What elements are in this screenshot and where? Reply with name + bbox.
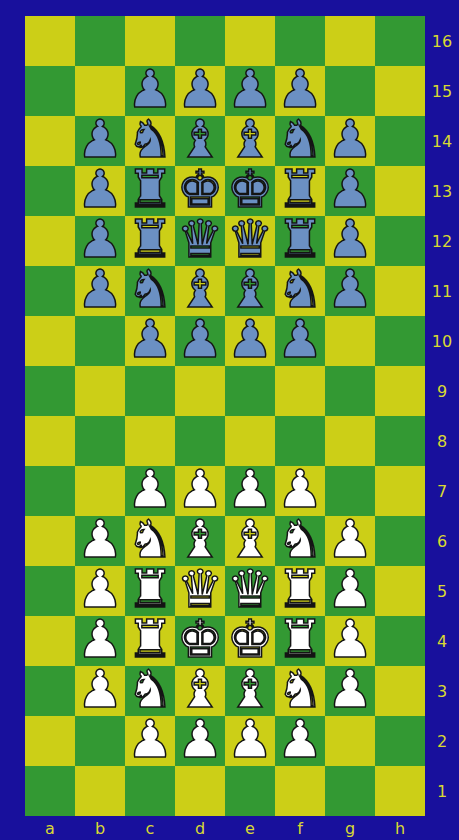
square-a3[interactable] [25, 666, 75, 716]
blue-pawn-d10[interactable]: ♟ [177, 314, 224, 364]
white-pawn-g3[interactable]: ♟ [327, 664, 374, 714]
square-h15[interactable] [375, 66, 425, 116]
blue-pawn-c10[interactable]: ♟ [127, 314, 174, 364]
blue-knight-c14[interactable]: ♞ [127, 114, 174, 164]
white-rook-f5[interactable]: ♜ [277, 564, 324, 614]
rank-label-14: 14 [425, 116, 459, 166]
blue-bishop-e14[interactable]: ♝ [227, 114, 274, 164]
square-a15[interactable] [25, 66, 75, 116]
white-pawn-b6[interactable]: ♟ [77, 514, 124, 564]
file-label-c: c [125, 816, 175, 840]
blue-pawn-g11[interactable]: ♟ [327, 264, 374, 314]
square-a4[interactable] [25, 616, 75, 666]
white-rook-c5[interactable]: ♜ [127, 564, 174, 614]
white-pawn-b4[interactable]: ♟ [77, 614, 124, 664]
rank-label-13: 13 [425, 166, 459, 216]
square-b1[interactable] [75, 766, 125, 816]
blue-pawn-g12[interactable]: ♟ [327, 214, 374, 264]
blue-bishop-d11[interactable]: ♝ [177, 264, 224, 314]
square-b11[interactable]: ♟ [75, 266, 125, 316]
white-bishop-d3[interactable]: ♝ [177, 664, 224, 714]
white-pawn-c2[interactable]: ♟ [127, 714, 174, 764]
square-e1[interactable] [225, 766, 275, 816]
white-pawn-g5[interactable]: ♟ [327, 564, 374, 614]
square-a16[interactable] [25, 16, 75, 66]
square-e9[interactable] [225, 366, 275, 416]
square-h11[interactable] [375, 266, 425, 316]
rank-label-12: 12 [425, 216, 459, 266]
square-a12[interactable] [25, 216, 75, 266]
square-g16[interactable] [325, 16, 375, 66]
square-h13[interactable] [375, 166, 425, 216]
square-h14[interactable] [375, 116, 425, 166]
white-pawn-f2[interactable]: ♟ [277, 714, 324, 764]
blue-pawn-g13[interactable]: ♟ [327, 164, 374, 214]
square-h6[interactable] [375, 516, 425, 566]
rank-label-2: 2 [425, 716, 459, 766]
square-d1[interactable] [175, 766, 225, 816]
rank-label-8: 8 [425, 416, 459, 466]
square-c2[interactable]: ♟ [125, 716, 175, 766]
square-h5[interactable] [375, 566, 425, 616]
blue-knight-c11[interactable]: ♞ [127, 264, 174, 314]
file-label-h: h [375, 816, 425, 840]
white-bishop-e6[interactable]: ♝ [227, 514, 274, 564]
file-label-b: b [75, 816, 125, 840]
square-b10[interactable] [75, 316, 125, 366]
rank-label-6: 6 [425, 516, 459, 566]
chess-board: ♟♟♟♟♟♞♝♝♞♟♟♜♚♚♜♟♟♜♛♛♜♟♟♞♝♝♞♟♟♟♟♟♟♟♟♟♟♞♝♝… [25, 16, 425, 816]
white-pawn-e7[interactable]: ♟ [227, 464, 274, 514]
white-pawn-b3[interactable]: ♟ [77, 664, 124, 714]
blue-king-e13[interactable]: ♚ [227, 164, 274, 214]
square-a2[interactable] [25, 716, 75, 766]
blue-bishop-d14[interactable]: ♝ [177, 114, 224, 164]
blue-rook-f13[interactable]: ♜ [277, 164, 324, 214]
square-c9[interactable] [125, 366, 175, 416]
square-h4[interactable] [375, 616, 425, 666]
white-bishop-e3[interactable]: ♝ [227, 664, 274, 714]
square-a7[interactable] [25, 466, 75, 516]
white-king-e4[interactable]: ♚ [227, 614, 274, 664]
square-h2[interactable] [375, 716, 425, 766]
rank-label-1: 1 [425, 766, 459, 816]
white-queen-d5[interactable]: ♛ [177, 564, 224, 614]
square-f1[interactable] [275, 766, 325, 816]
square-g3[interactable]: ♟ [325, 666, 375, 716]
square-a10[interactable] [25, 316, 75, 366]
square-c1[interactable] [125, 766, 175, 816]
rank-label-3: 3 [425, 666, 459, 716]
square-a5[interactable] [25, 566, 75, 616]
square-d2[interactable]: ♟ [175, 716, 225, 766]
blue-pawn-e10[interactable]: ♟ [227, 314, 274, 364]
white-pawn-g6[interactable]: ♟ [327, 514, 374, 564]
rank-label-7: 7 [425, 466, 459, 516]
blue-queen-d12[interactable]: ♛ [177, 214, 224, 264]
white-pawn-c7[interactable]: ♟ [127, 464, 174, 514]
square-f2[interactable]: ♟ [275, 716, 325, 766]
white-queen-e5[interactable]: ♛ [227, 564, 274, 614]
blue-bishop-e11[interactable]: ♝ [227, 264, 274, 314]
square-g11[interactable]: ♟ [325, 266, 375, 316]
square-b3[interactable]: ♟ [75, 666, 125, 716]
square-g1[interactable] [325, 766, 375, 816]
white-rook-f4[interactable]: ♜ [277, 614, 324, 664]
white-pawn-g4[interactable]: ♟ [327, 614, 374, 664]
blue-king-d13[interactable]: ♚ [177, 164, 224, 214]
white-knight-c6[interactable]: ♞ [127, 514, 174, 564]
square-f10[interactable]: ♟ [275, 316, 325, 366]
blue-knight-f14[interactable]: ♞ [277, 114, 324, 164]
square-d10[interactable]: ♟ [175, 316, 225, 366]
white-knight-c3[interactable]: ♞ [127, 664, 174, 714]
file-label-g: g [325, 816, 375, 840]
square-g2[interactable] [325, 716, 375, 766]
blue-pawn-c15[interactable]: ♟ [127, 64, 174, 114]
white-knight-f6[interactable]: ♞ [277, 514, 324, 564]
square-f9[interactable] [275, 366, 325, 416]
white-pawn-d7[interactable]: ♟ [177, 464, 224, 514]
white-bishop-d6[interactable]: ♝ [177, 514, 224, 564]
blue-pawn-b12[interactable]: ♟ [77, 214, 124, 264]
blue-pawn-d15[interactable]: ♟ [177, 64, 224, 114]
square-b8[interactable] [75, 416, 125, 466]
square-a9[interactable] [25, 366, 75, 416]
board-window: ♟♟♟♟♟♞♝♝♞♟♟♜♚♚♜♟♟♜♛♛♜♟♟♞♝♝♞♟♟♟♟♟♟♟♟♟♟♞♝♝… [0, 0, 459, 840]
square-c10[interactable]: ♟ [125, 316, 175, 366]
blue-pawn-g14[interactable]: ♟ [327, 114, 374, 164]
white-knight-f3[interactable]: ♞ [277, 664, 324, 714]
file-label-a: a [25, 816, 75, 840]
file-label-f: f [275, 816, 325, 840]
file-label-e: e [225, 816, 275, 840]
blue-rook-f12[interactable]: ♜ [277, 214, 324, 264]
blue-queen-e12[interactable]: ♛ [227, 214, 274, 264]
file-label-d: d [175, 816, 225, 840]
rank-label-11: 11 [425, 266, 459, 316]
rank-label-5: 5 [425, 566, 459, 616]
square-e2[interactable]: ♟ [225, 716, 275, 766]
file-labels: abcdefgh [25, 816, 425, 840]
rank-label-16: 16 [425, 16, 459, 66]
square-h12[interactable] [375, 216, 425, 266]
square-g9[interactable] [325, 366, 375, 416]
white-king-d4[interactable]: ♚ [177, 614, 224, 664]
square-a14[interactable] [25, 116, 75, 166]
blue-pawn-e15[interactable]: ♟ [227, 64, 274, 114]
square-h9[interactable] [375, 366, 425, 416]
square-b16[interactable] [75, 16, 125, 66]
square-a8[interactable] [25, 416, 75, 466]
blue-knight-f11[interactable]: ♞ [277, 264, 324, 314]
blue-pawn-b14[interactable]: ♟ [77, 114, 124, 164]
rank-labels: 16151413121110987654321 [425, 16, 459, 816]
square-h3[interactable] [375, 666, 425, 716]
rank-label-15: 15 [425, 66, 459, 116]
blue-rook-c13[interactable]: ♜ [127, 164, 174, 214]
square-h1[interactable] [375, 766, 425, 816]
blue-pawn-b11[interactable]: ♟ [77, 264, 124, 314]
square-g8[interactable] [325, 416, 375, 466]
rank-label-10: 10 [425, 316, 459, 366]
square-a13[interactable] [25, 166, 75, 216]
white-pawn-b5[interactable]: ♟ [77, 564, 124, 614]
blue-rook-c12[interactable]: ♜ [127, 214, 174, 264]
square-e10[interactable]: ♟ [225, 316, 275, 366]
white-pawn-e2[interactable]: ♟ [227, 714, 274, 764]
square-h10[interactable] [375, 316, 425, 366]
rank-label-9: 9 [425, 366, 459, 416]
blue-pawn-f10[interactable]: ♟ [277, 314, 324, 364]
blue-pawn-f15[interactable]: ♟ [277, 64, 324, 114]
white-pawn-f7[interactable]: ♟ [277, 464, 324, 514]
square-a6[interactable] [25, 516, 75, 566]
rank-label-4: 4 [425, 616, 459, 666]
square-h8[interactable] [375, 416, 425, 466]
blue-pawn-b13[interactable]: ♟ [77, 164, 124, 214]
square-a11[interactable] [25, 266, 75, 316]
square-a1[interactable] [25, 766, 75, 816]
square-h16[interactable] [375, 16, 425, 66]
square-h7[interactable] [375, 466, 425, 516]
square-d9[interactable] [175, 366, 225, 416]
white-pawn-d2[interactable]: ♟ [177, 714, 224, 764]
square-g10[interactable] [325, 316, 375, 366]
square-b2[interactable] [75, 716, 125, 766]
square-b9[interactable] [75, 366, 125, 416]
white-rook-c4[interactable]: ♜ [127, 614, 174, 664]
